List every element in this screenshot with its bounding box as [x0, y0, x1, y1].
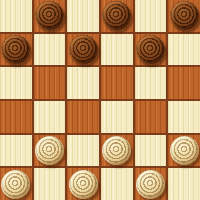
board-square[interactable] — [101, 0, 133, 32]
board-square[interactable] — [135, 135, 167, 167]
board-square[interactable] — [34, 135, 66, 167]
checker-piece-dark[interactable] — [102, 1, 131, 30]
checker-piece-light[interactable] — [1, 170, 30, 199]
checker-piece-light[interactable] — [136, 170, 165, 199]
board-square[interactable] — [0, 101, 32, 133]
board-square[interactable] — [101, 101, 133, 133]
board-square[interactable] — [135, 168, 167, 200]
board-square[interactable] — [67, 135, 99, 167]
board-square[interactable] — [0, 34, 32, 66]
board-square[interactable] — [101, 135, 133, 167]
board-square[interactable] — [67, 101, 99, 133]
board-square[interactable] — [0, 0, 32, 32]
board-square[interactable] — [67, 34, 99, 66]
board-square[interactable] — [168, 67, 200, 99]
board-square[interactable] — [34, 0, 66, 32]
board-square[interactable] — [168, 101, 200, 133]
board-square[interactable] — [67, 0, 99, 32]
board-square[interactable] — [34, 34, 66, 66]
checker-piece-light[interactable] — [69, 170, 98, 199]
board-square[interactable] — [0, 168, 32, 200]
board-square[interactable] — [0, 135, 32, 167]
checker-piece-light[interactable] — [102, 136, 131, 165]
board-square[interactable] — [168, 0, 200, 32]
board-square[interactable] — [101, 34, 133, 66]
board-square[interactable] — [34, 101, 66, 133]
checker-piece-dark[interactable] — [170, 1, 199, 30]
checker-piece-light[interactable] — [170, 136, 199, 165]
board-square[interactable] — [67, 168, 99, 200]
board-square[interactable] — [101, 168, 133, 200]
board-square[interactable] — [135, 34, 167, 66]
board-square[interactable] — [168, 135, 200, 167]
checker-piece-dark[interactable] — [35, 1, 64, 30]
checker-piece-dark[interactable] — [1, 35, 30, 64]
board-square[interactable] — [34, 168, 66, 200]
board-square[interactable] — [135, 67, 167, 99]
checker-piece-dark[interactable] — [69, 35, 98, 64]
board-square[interactable] — [67, 67, 99, 99]
board-square[interactable] — [168, 34, 200, 66]
board-square[interactable] — [135, 101, 167, 133]
board-square[interactable] — [34, 67, 66, 99]
board-square[interactable] — [0, 67, 32, 99]
checker-piece-light[interactable] — [35, 136, 64, 165]
checker-piece-dark[interactable] — [136, 35, 165, 64]
board-square[interactable] — [101, 67, 133, 99]
board-square[interactable] — [168, 168, 200, 200]
board-square[interactable] — [135, 0, 167, 32]
checkers-board — [0, 0, 200, 200]
